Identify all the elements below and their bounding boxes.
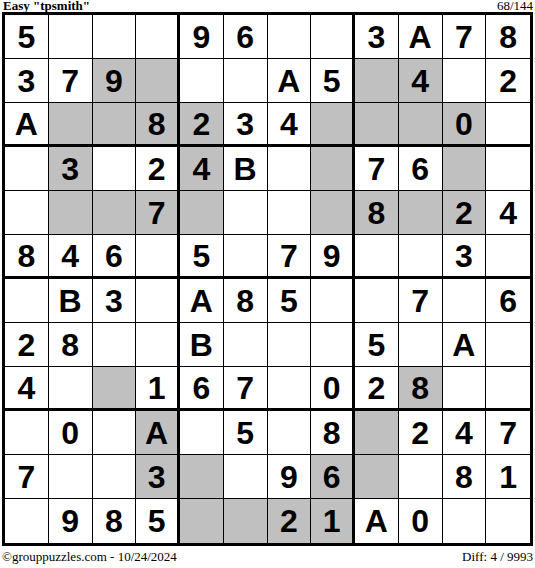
cell-r8c5: B xyxy=(180,323,224,367)
cell-r11c11: 8 xyxy=(443,455,487,499)
cell-r4c12[interactable] xyxy=(486,147,530,191)
cell-r6c8: 9 xyxy=(311,235,355,279)
cell-r11c8: 6 xyxy=(311,455,355,499)
cell-r3c8[interactable] xyxy=(311,103,355,147)
cell-r4c10: 6 xyxy=(399,147,443,191)
cell-r10c11: 4 xyxy=(443,411,487,455)
cell-r7c6: 8 xyxy=(224,279,268,323)
cell-r10c4: A xyxy=(136,411,180,455)
cell-r7c1[interactable] xyxy=(5,279,49,323)
cell-r7c5: A xyxy=(180,279,224,323)
cell-r4c11[interactable] xyxy=(443,147,487,191)
cell-r3c3[interactable] xyxy=(93,103,137,147)
sudoku-grid: 5963A78379A542A82340324B7678248465793B3A… xyxy=(2,12,533,546)
cell-r2c1: 3 xyxy=(5,59,49,103)
cell-r8c1: 2 xyxy=(5,323,49,367)
cell-r9c1: 4 xyxy=(5,367,49,411)
cell-r4c7[interactable] xyxy=(268,147,312,191)
cell-r8c9: 5 xyxy=(355,323,399,367)
cell-r9c6: 7 xyxy=(224,367,268,411)
cell-r1c4[interactable] xyxy=(136,15,180,59)
cell-r1c12: 8 xyxy=(486,15,530,59)
cell-r3c2[interactable] xyxy=(49,103,93,147)
cell-r6c1: 8 xyxy=(5,235,49,279)
cell-r8c6[interactable] xyxy=(224,323,268,367)
cell-r5c5[interactable] xyxy=(180,191,224,235)
cell-r1c6: 6 xyxy=(224,15,268,59)
cell-r8c11: A xyxy=(443,323,487,367)
puzzle-page: Easy "tpsmith" 68/144 5963A78379A542A823… xyxy=(0,0,535,568)
cell-r10c6: 5 xyxy=(224,411,268,455)
cell-r3c7: 4 xyxy=(268,103,312,147)
cell-r5c9: 8 xyxy=(355,191,399,235)
cell-r12c2: 9 xyxy=(49,499,93,543)
cell-r5c6[interactable] xyxy=(224,191,268,235)
cell-r11c5[interactable] xyxy=(180,455,224,499)
cell-r10c1[interactable] xyxy=(5,411,49,455)
cell-r1c7[interactable] xyxy=(268,15,312,59)
cell-r11c6[interactable] xyxy=(224,455,268,499)
cell-r12c3: 8 xyxy=(93,499,137,543)
cell-r8c12[interactable] xyxy=(486,323,530,367)
cell-r11c4: 3 xyxy=(136,455,180,499)
cell-r5c4: 7 xyxy=(136,191,180,235)
cell-r4c4: 2 xyxy=(136,147,180,191)
cell-r3c4: 8 xyxy=(136,103,180,147)
cell-r5c7[interactable] xyxy=(268,191,312,235)
cell-r6c2: 4 xyxy=(49,235,93,279)
cell-r8c4[interactable] xyxy=(136,323,180,367)
cell-r9c12[interactable] xyxy=(486,367,530,411)
cell-r7c9[interactable] xyxy=(355,279,399,323)
cell-r12c12[interactable] xyxy=(486,499,530,543)
puzzle-title: Easy "tpsmith" xyxy=(3,0,90,12)
footer: ©grouppuzzles.com - 10/24/2024 Diff: 4 /… xyxy=(2,550,533,566)
cell-r3c12[interactable] xyxy=(486,103,530,147)
header: Easy "tpsmith" 68/144 xyxy=(3,0,533,12)
cell-r11c12: 1 xyxy=(486,455,530,499)
cell-r3c5: 2 xyxy=(180,103,224,147)
cell-r2c7: A xyxy=(268,59,312,103)
cell-r1c3[interactable] xyxy=(93,15,137,59)
cell-r11c3[interactable] xyxy=(93,455,137,499)
cell-r4c5: 4 xyxy=(180,147,224,191)
cell-r8c3[interactable] xyxy=(93,323,137,367)
cell-r7c2: B xyxy=(49,279,93,323)
cell-r9c10: 8 xyxy=(399,367,443,411)
cell-r11c9[interactable] xyxy=(355,455,399,499)
cell-r1c8[interactable] xyxy=(311,15,355,59)
cell-r11c1: 7 xyxy=(5,455,49,499)
cell-r11c2[interactable] xyxy=(49,455,93,499)
cell-r2c10: 4 xyxy=(399,59,443,103)
cell-r12c7: 2 xyxy=(268,499,312,543)
cell-r2c6[interactable] xyxy=(224,59,268,103)
cell-r1c1: 5 xyxy=(5,15,49,59)
cell-r4c6: B xyxy=(224,147,268,191)
cell-r9c4: 1 xyxy=(136,367,180,411)
cell-r2c9[interactable] xyxy=(355,59,399,103)
cell-r2c3: 9 xyxy=(93,59,137,103)
copyright-text: ©grouppuzzles.com - 10/24/2024 xyxy=(2,550,177,564)
cell-r1c10: A xyxy=(399,15,443,59)
cell-r9c9: 2 xyxy=(355,367,399,411)
cell-r6c6[interactable] xyxy=(224,235,268,279)
cell-r2c12: 2 xyxy=(486,59,530,103)
cell-r7c4[interactable] xyxy=(136,279,180,323)
cell-r7c3: 3 xyxy=(93,279,137,323)
cell-r12c11[interactable] xyxy=(443,499,487,543)
cell-r10c10: 2 xyxy=(399,411,443,455)
cell-r9c11[interactable] xyxy=(443,367,487,411)
cell-r2c11[interactable] xyxy=(443,59,487,103)
cell-r1c9: 3 xyxy=(355,15,399,59)
cell-r7c11[interactable] xyxy=(443,279,487,323)
cell-r12c10: 0 xyxy=(399,499,443,543)
cell-r12c6[interactable] xyxy=(224,499,268,543)
cell-r4c9: 7 xyxy=(355,147,399,191)
cell-r6c11: 3 xyxy=(443,235,487,279)
cell-r4c8[interactable] xyxy=(311,147,355,191)
cell-r10c5[interactable] xyxy=(180,411,224,455)
cell-r1c5: 9 xyxy=(180,15,224,59)
cell-r2c8: 5 xyxy=(311,59,355,103)
cell-r7c12: 6 xyxy=(486,279,530,323)
cell-r9c5: 6 xyxy=(180,367,224,411)
cell-r1c2[interactable] xyxy=(49,15,93,59)
cell-r5c3[interactable] xyxy=(93,191,137,235)
cell-r10c3[interactable] xyxy=(93,411,137,455)
cell-r8c7[interactable] xyxy=(268,323,312,367)
cell-r6c3: 6 xyxy=(93,235,137,279)
cell-r3c10[interactable] xyxy=(399,103,443,147)
cell-r11c7: 9 xyxy=(268,455,312,499)
cell-r11c10[interactable] xyxy=(399,455,443,499)
cell-r8c2: 8 xyxy=(49,323,93,367)
cell-r4c3[interactable] xyxy=(93,147,137,191)
cell-r10c9[interactable] xyxy=(355,411,399,455)
cell-r5c11: 2 xyxy=(443,191,487,235)
cell-r6c10[interactable] xyxy=(399,235,443,279)
cell-r5c1[interactable] xyxy=(5,191,49,235)
cell-r7c10: 7 xyxy=(399,279,443,323)
cell-r6c5: 5 xyxy=(180,235,224,279)
cell-r6c12[interactable] xyxy=(486,235,530,279)
cell-r6c9[interactable] xyxy=(355,235,399,279)
cell-r9c7[interactable] xyxy=(268,367,312,411)
cell-r2c2: 7 xyxy=(49,59,93,103)
cell-r4c1[interactable] xyxy=(5,147,49,191)
cell-r12c5[interactable] xyxy=(180,499,224,543)
cell-r10c8: 8 xyxy=(311,411,355,455)
cell-r5c2[interactable] xyxy=(49,191,93,235)
cell-r6c7: 7 xyxy=(268,235,312,279)
cell-r3c11: 0 xyxy=(443,103,487,147)
cell-r5c12: 4 xyxy=(486,191,530,235)
cell-r5c8[interactable] xyxy=(311,191,355,235)
cell-r7c7: 5 xyxy=(268,279,312,323)
cell-r8c10[interactable] xyxy=(399,323,443,367)
cell-r7c8[interactable] xyxy=(311,279,355,323)
cell-r9c2[interactable] xyxy=(49,367,93,411)
cell-r4c2: 3 xyxy=(49,147,93,191)
cell-r9c8: 0 xyxy=(311,367,355,411)
cell-r12c1[interactable] xyxy=(5,499,49,543)
cell-r10c2: 0 xyxy=(49,411,93,455)
cell-r3c6: 3 xyxy=(224,103,268,147)
cell-r12c8: 1 xyxy=(311,499,355,543)
cell-r2c5[interactable] xyxy=(180,59,224,103)
cell-r2c4[interactable] xyxy=(136,59,180,103)
cell-r9c3[interactable] xyxy=(93,367,137,411)
cell-r3c1: A xyxy=(5,103,49,147)
cell-r12c4: 5 xyxy=(136,499,180,543)
cell-r6c4[interactable] xyxy=(136,235,180,279)
cell-r1c11: 7 xyxy=(443,15,487,59)
cell-r3c9[interactable] xyxy=(355,103,399,147)
cell-r12c9: A xyxy=(355,499,399,543)
cell-r10c7[interactable] xyxy=(268,411,312,455)
cell-r5c10[interactable] xyxy=(399,191,443,235)
difficulty-text: Diff: 4 / 9993 xyxy=(462,550,533,564)
cell-r8c8[interactable] xyxy=(311,323,355,367)
cell-counter: 68/144 xyxy=(497,0,533,12)
cell-r10c12: 7 xyxy=(486,411,530,455)
